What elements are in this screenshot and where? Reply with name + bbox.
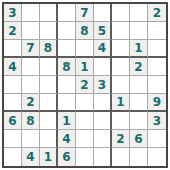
sudoku-cell-r5c5[interactable]: 2 (76, 76, 94, 94)
sudoku-cell-r1c1[interactable]: 3 (4, 4, 22, 22)
sudoku-cell-r6c2[interactable]: 2 (22, 94, 40, 112)
sudoku-cell-r1c6[interactable] (94, 4, 112, 22)
sudoku-cell-r6c8[interactable] (130, 94, 148, 112)
sudoku-cell-r8c3[interactable] (40, 130, 58, 148)
sudoku-cell-r1c5[interactable]: 7 (76, 4, 94, 22)
sudoku-cell-r2c1[interactable]: 2 (4, 22, 22, 40)
sudoku-cell-r9c6[interactable] (94, 148, 112, 166)
sudoku-cell-r1c2[interactable] (22, 4, 40, 22)
sudoku-cell-r5c2[interactable] (22, 76, 40, 94)
sudoku-cell-r6c9[interactable]: 9 (148, 94, 166, 112)
sudoku-cell-r8c9[interactable] (148, 130, 166, 148)
sudoku-cell-r6c6[interactable] (94, 94, 112, 112)
sudoku-cell-r2c8[interactable] (130, 22, 148, 40)
sudoku-cell-r5c8[interactable] (130, 76, 148, 94)
sudoku-cell-r2c4[interactable] (58, 22, 76, 40)
sudoku-board: 37228578414812232196813426416 (2, 2, 168, 168)
sudoku-cell-r8c2[interactable] (22, 130, 40, 148)
sudoku-cell-r7c1[interactable]: 6 (4, 112, 22, 130)
sudoku-cell-r8c4[interactable]: 4 (58, 130, 76, 148)
sudoku-cell-r9c5[interactable] (76, 148, 94, 166)
sudoku-cell-r3c4[interactable] (58, 40, 76, 58)
sudoku-cell-r7c3[interactable] (40, 112, 58, 130)
sudoku-cell-r1c8[interactable] (130, 4, 148, 22)
sudoku-cell-r3c7[interactable] (112, 40, 130, 58)
sudoku-cell-r2c7[interactable] (112, 22, 130, 40)
sudoku-cell-r3c8[interactable]: 1 (130, 40, 148, 58)
sudoku-cell-r6c1[interactable] (4, 94, 22, 112)
sudoku-cell-r4c3[interactable] (40, 58, 58, 76)
sudoku-cell-r7c6[interactable] (94, 112, 112, 130)
sudoku-cell-r4c9[interactable] (148, 58, 166, 76)
sudoku-cell-r5c3[interactable] (40, 76, 58, 94)
sudoku-cell-r8c8[interactable]: 6 (130, 130, 148, 148)
sudoku-cell-r9c7[interactable] (112, 148, 130, 166)
sudoku-cell-r5c4[interactable] (58, 76, 76, 94)
sudoku-cell-r3c1[interactable] (4, 40, 22, 58)
sudoku-cell-r5c6[interactable]: 3 (94, 76, 112, 94)
sudoku-cell-r5c1[interactable] (4, 76, 22, 94)
sudoku-cell-r4c8[interactable]: 2 (130, 58, 148, 76)
sudoku-page: 37228578414812232196813426416 (0, 0, 170, 170)
sudoku-cell-r5c7[interactable] (112, 76, 130, 94)
sudoku-cell-r8c1[interactable] (4, 130, 22, 148)
sudoku-cell-r9c8[interactable] (130, 148, 148, 166)
sudoku-cell-r7c7[interactable] (112, 112, 130, 130)
sudoku-cell-r2c6[interactable]: 5 (94, 22, 112, 40)
sudoku-cell-r1c4[interactable] (58, 4, 76, 22)
sudoku-cell-r2c2[interactable] (22, 22, 40, 40)
sudoku-cell-r7c5[interactable] (76, 112, 94, 130)
sudoku-cell-r3c6[interactable]: 4 (94, 40, 112, 58)
sudoku-cell-r1c7[interactable] (112, 4, 130, 22)
sudoku-cell-r4c5[interactable]: 1 (76, 58, 94, 76)
sudoku-cell-r6c7[interactable]: 1 (112, 94, 130, 112)
sudoku-cell-r5c9[interactable] (148, 76, 166, 94)
sudoku-cell-r2c3[interactable] (40, 22, 58, 40)
sudoku-cell-r9c9[interactable] (148, 148, 166, 166)
sudoku-cell-r6c5[interactable] (76, 94, 94, 112)
sudoku-cell-r6c3[interactable] (40, 94, 58, 112)
sudoku-cell-r7c9[interactable]: 3 (148, 112, 166, 130)
sudoku-cell-r7c4[interactable]: 1 (58, 112, 76, 130)
sudoku-cell-r2c9[interactable] (148, 22, 166, 40)
sudoku-cell-r1c9[interactable]: 2 (148, 4, 166, 22)
sudoku-cell-r1c3[interactable] (40, 4, 58, 22)
sudoku-cell-r3c2[interactable]: 7 (22, 40, 40, 58)
sudoku-cell-r9c4[interactable]: 6 (58, 148, 76, 166)
sudoku-cell-r8c6[interactable] (94, 130, 112, 148)
sudoku-cell-r4c6[interactable] (94, 58, 112, 76)
sudoku-cell-r4c1[interactable]: 4 (4, 58, 22, 76)
sudoku-cell-r9c2[interactable]: 4 (22, 148, 40, 166)
sudoku-cell-r3c5[interactable] (76, 40, 94, 58)
sudoku-cell-r9c3[interactable]: 1 (40, 148, 58, 166)
sudoku-cell-r4c7[interactable] (112, 58, 130, 76)
sudoku-cell-r2c5[interactable]: 8 (76, 22, 94, 40)
sudoku-cell-r6c4[interactable] (58, 94, 76, 112)
sudoku-cell-r3c9[interactable] (148, 40, 166, 58)
sudoku-cell-r8c7[interactable]: 2 (112, 130, 130, 148)
sudoku-cell-r9c1[interactable] (4, 148, 22, 166)
sudoku-cell-r8c5[interactable] (76, 130, 94, 148)
sudoku-cell-r4c4[interactable]: 8 (58, 58, 76, 76)
sudoku-cell-r3c3[interactable]: 8 (40, 40, 58, 58)
sudoku-cell-r7c2[interactable]: 8 (22, 112, 40, 130)
sudoku-cell-r7c8[interactable] (130, 112, 148, 130)
sudoku-cell-r4c2[interactable] (22, 58, 40, 76)
